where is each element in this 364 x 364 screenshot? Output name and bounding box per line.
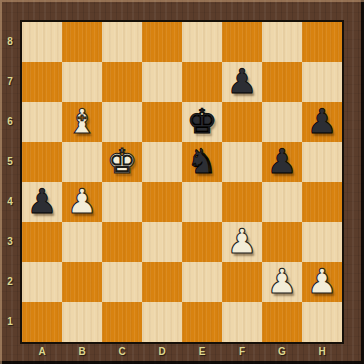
square-e5[interactable]: ♞ <box>182 142 222 182</box>
square-f5[interactable] <box>222 142 262 182</box>
rank-label-8: 8 <box>0 22 20 62</box>
file-label-c: C <box>102 343 142 361</box>
square-f8[interactable] <box>222 22 262 62</box>
rank-label-5: 5 <box>0 142 20 182</box>
square-a8[interactable] <box>22 22 62 62</box>
file-label-h: H <box>302 343 342 361</box>
square-b5[interactable] <box>62 142 102 182</box>
rank-label-3: 3 <box>0 222 20 262</box>
square-a4[interactable]: ♟ <box>22 182 62 222</box>
square-c4[interactable] <box>102 182 142 222</box>
square-b7[interactable] <box>62 62 102 102</box>
file-label-a: A <box>22 343 62 361</box>
square-f7[interactable]: ♟ <box>222 62 262 102</box>
square-e8[interactable] <box>182 22 222 62</box>
square-b1[interactable] <box>62 302 102 342</box>
file-label-d: D <box>142 343 182 361</box>
square-f4[interactable] <box>222 182 262 222</box>
square-d7[interactable] <box>142 62 182 102</box>
square-g6[interactable] <box>262 102 302 142</box>
square-g3[interactable] <box>262 222 302 262</box>
rank-label-2: 2 <box>0 262 20 302</box>
square-c5[interactable]: ♚ <box>102 142 142 182</box>
square-f1[interactable] <box>222 302 262 342</box>
white-pawn[interactable]: ♟ <box>227 224 257 258</box>
square-f6[interactable] <box>222 102 262 142</box>
square-d5[interactable] <box>142 142 182 182</box>
square-c1[interactable] <box>102 302 142 342</box>
square-g1[interactable] <box>262 302 302 342</box>
square-b6[interactable]: ♝ <box>62 102 102 142</box>
square-b3[interactable] <box>62 222 102 262</box>
black-pawn[interactable]: ♟ <box>227 64 257 98</box>
square-g7[interactable] <box>262 62 302 102</box>
square-d8[interactable] <box>142 22 182 62</box>
square-e6[interactable]: ♚ <box>182 102 222 142</box>
square-a2[interactable] <box>22 262 62 302</box>
square-a3[interactable] <box>22 222 62 262</box>
square-h3[interactable] <box>302 222 342 262</box>
file-labels: ABCDEFGH <box>22 343 342 361</box>
square-f3[interactable]: ♟ <box>222 222 262 262</box>
square-g4[interactable] <box>262 182 302 222</box>
square-c7[interactable] <box>102 62 142 102</box>
file-label-b: B <box>62 343 102 361</box>
square-a1[interactable] <box>22 302 62 342</box>
square-d4[interactable] <box>142 182 182 222</box>
square-a5[interactable] <box>22 142 62 182</box>
rank-label-7: 7 <box>0 62 20 102</box>
square-h6[interactable]: ♟ <box>302 102 342 142</box>
square-a7[interactable] <box>22 62 62 102</box>
square-g5[interactable]: ♟ <box>262 142 302 182</box>
file-label-e: E <box>182 343 222 361</box>
chess-board: ♟♝♚♟♚♞♟♟♟♟♟♟ <box>20 20 344 344</box>
square-f2[interactable] <box>222 262 262 302</box>
black-king[interactable]: ♚ <box>187 104 217 138</box>
square-h4[interactable] <box>302 182 342 222</box>
square-h2[interactable]: ♟ <box>302 262 342 302</box>
square-h7[interactable] <box>302 62 342 102</box>
square-e7[interactable] <box>182 62 222 102</box>
square-c3[interactable] <box>102 222 142 262</box>
square-h1[interactable] <box>302 302 342 342</box>
rank-label-4: 4 <box>0 182 20 222</box>
square-e2[interactable] <box>182 262 222 302</box>
file-label-g: G <box>262 343 302 361</box>
black-knight[interactable]: ♞ <box>187 144 217 178</box>
square-e3[interactable] <box>182 222 222 262</box>
square-g2[interactable]: ♟ <box>262 262 302 302</box>
square-d1[interactable] <box>142 302 182 342</box>
square-d2[interactable] <box>142 262 182 302</box>
square-c2[interactable] <box>102 262 142 302</box>
square-d3[interactable] <box>142 222 182 262</box>
white-pawn[interactable]: ♟ <box>267 264 297 298</box>
file-label-f: F <box>222 343 262 361</box>
rank-labels: 87654321 <box>0 22 20 342</box>
rank-label-6: 6 <box>0 102 20 142</box>
rank-label-1: 1 <box>0 302 20 342</box>
square-a6[interactable] <box>22 102 62 142</box>
square-e4[interactable] <box>182 182 222 222</box>
square-d6[interactable] <box>142 102 182 142</box>
square-b4[interactable]: ♟ <box>62 182 102 222</box>
square-b8[interactable] <box>62 22 102 62</box>
chess-board-frame: 87654321 ♟♝♚♟♚♞♟♟♟♟♟♟ ABCDEFGH <box>0 0 364 364</box>
square-g8[interactable] <box>262 22 302 62</box>
square-h5[interactable] <box>302 142 342 182</box>
white-pawn[interactable]: ♟ <box>307 264 337 298</box>
white-bishop[interactable]: ♝ <box>67 104 97 138</box>
square-h8[interactable] <box>302 22 342 62</box>
black-pawn[interactable]: ♟ <box>307 104 337 138</box>
square-b2[interactable] <box>62 262 102 302</box>
white-king[interactable]: ♚ <box>107 144 137 178</box>
black-pawn[interactable]: ♟ <box>267 144 297 178</box>
square-e1[interactable] <box>182 302 222 342</box>
square-c6[interactable] <box>102 102 142 142</box>
white-pawn[interactable]: ♟ <box>67 184 97 218</box>
square-c8[interactable] <box>102 22 142 62</box>
black-pawn[interactable]: ♟ <box>27 184 57 218</box>
